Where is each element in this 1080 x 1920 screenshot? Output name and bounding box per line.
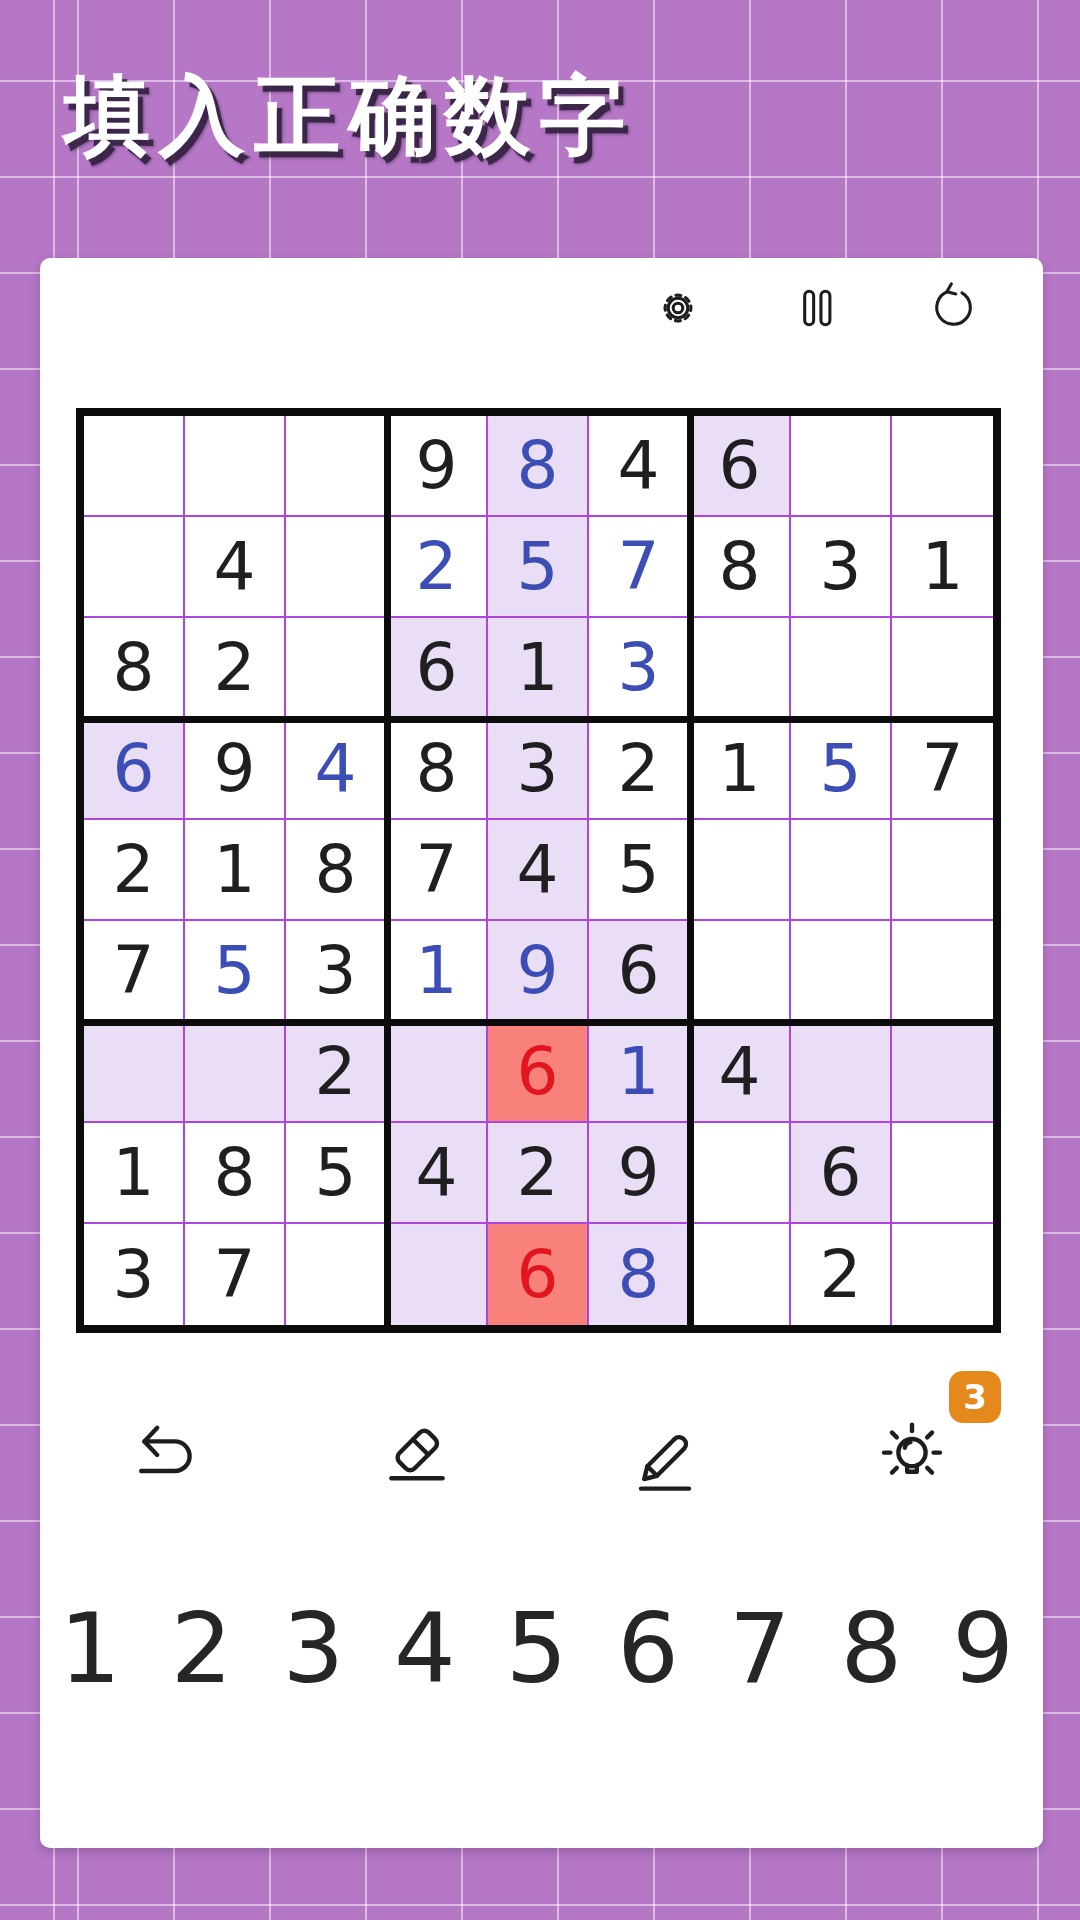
- numpad-8[interactable]: 8: [836, 1600, 906, 1697]
- pause-button[interactable]: [789, 280, 845, 336]
- cell-digit: 4: [214, 534, 256, 600]
- cell-r2c6[interactable]: 7: [589, 517, 690, 618]
- cell-r6c5[interactable]: 9: [488, 921, 589, 1022]
- cell-r9c9[interactable]: [892, 1224, 993, 1325]
- page-title: 填入正确数字: [64, 58, 634, 175]
- cell-digit: 3: [820, 534, 862, 600]
- sudoku-app-screen: 填入正确数字 9846425783182613694832157218745: [0, 0, 1080, 1920]
- cell-r8c9[interactable]: [892, 1123, 993, 1224]
- cell-r8c6[interactable]: 9: [589, 1123, 690, 1224]
- cell-r2c7[interactable]: 8: [690, 517, 791, 618]
- cell-digit: 7: [618, 534, 660, 600]
- cell-digit: 6: [517, 1242, 559, 1308]
- cell-r3c2[interactable]: 2: [185, 618, 286, 719]
- cell-r5c7[interactable]: [690, 820, 791, 921]
- cell-digit: 8: [517, 433, 559, 499]
- cell-r1c7[interactable]: 6: [690, 416, 791, 517]
- sudoku-grid: 9846425783182613694832157218745753196261…: [84, 416, 993, 1325]
- cell-digit: 6: [517, 1039, 559, 1105]
- cell-digit: 5: [820, 736, 862, 802]
- cell-digit: 7: [113, 938, 155, 1004]
- cell-digit: 4: [719, 1039, 761, 1105]
- cell-r8c4[interactable]: 4: [387, 1123, 488, 1224]
- cell-digit: 2: [517, 1140, 559, 1206]
- cell-r6c3[interactable]: 3: [286, 921, 387, 1022]
- cell-digit: 7: [416, 837, 458, 903]
- cell-r2c4[interactable]: 2: [387, 517, 488, 618]
- cell-digit: 3: [113, 1242, 155, 1308]
- notes-button[interactable]: [625, 1415, 705, 1495]
- cell-r3c5[interactable]: 1: [488, 618, 589, 719]
- cell-r6c4[interactable]: 1: [387, 921, 488, 1022]
- cell-r5c6[interactable]: 5: [589, 820, 690, 921]
- cell-r8c3[interactable]: 5: [286, 1123, 387, 1224]
- cell-r1c3[interactable]: [286, 416, 387, 517]
- cell-digit: 4: [416, 1140, 458, 1206]
- cell-r8c2[interactable]: 8: [185, 1123, 286, 1224]
- cell-digit: 2: [618, 736, 660, 802]
- cell-r9c1[interactable]: 3: [84, 1224, 185, 1325]
- cell-r6c2[interactable]: 5: [185, 921, 286, 1022]
- cell-r1c5[interactable]: 8: [488, 416, 589, 517]
- hint-button[interactable]: [872, 1415, 952, 1495]
- number-pad: 123456789: [55, 1588, 1018, 1708]
- numpad-9[interactable]: 9: [948, 1600, 1018, 1697]
- cell-r6c7[interactable]: [690, 921, 791, 1022]
- cell-r6c8[interactable]: [791, 921, 892, 1022]
- cell-digit: 1: [113, 1140, 155, 1206]
- cell-r1c8[interactable]: [791, 416, 892, 517]
- cell-digit: 4: [618, 433, 660, 499]
- cell-r2c8[interactable]: 3: [791, 517, 892, 618]
- cell-r3c9[interactable]: [892, 618, 993, 719]
- cell-digit: 1: [618, 1039, 660, 1105]
- cell-r4c7[interactable]: 1: [690, 719, 791, 820]
- cell-r7c3[interactable]: 2: [286, 1022, 387, 1123]
- cell-digit: 9: [416, 433, 458, 499]
- game-card: 9846425783182613694832157218745753196261…: [40, 258, 1043, 1848]
- cell-r2c3[interactable]: [286, 517, 387, 618]
- cell-digit: 2: [113, 837, 155, 903]
- cell-digit: 6: [719, 433, 761, 499]
- cell-digit: 8: [214, 1140, 256, 1206]
- cell-r9c2[interactable]: 7: [185, 1224, 286, 1325]
- cell-digit: 6: [113, 736, 155, 802]
- restart-icon: [925, 280, 981, 336]
- cell-r7c6[interactable]: 1: [589, 1022, 690, 1123]
- cell-r5c2[interactable]: 1: [185, 820, 286, 921]
- box-divider-horizontal-1: [84, 716, 993, 723]
- cell-r5c1[interactable]: 2: [84, 820, 185, 921]
- cell-digit: 2: [820, 1242, 862, 1308]
- cell-r4c3[interactable]: 4: [286, 719, 387, 820]
- cell-digit: 7: [214, 1242, 256, 1308]
- cell-r1c6[interactable]: 4: [589, 416, 690, 517]
- settings-button[interactable]: [650, 280, 706, 336]
- cell-r4c5[interactable]: 3: [488, 719, 589, 820]
- lightbulb-icon: [872, 1415, 952, 1495]
- cell-r7c9[interactable]: [892, 1022, 993, 1123]
- sudoku-board: 9846425783182613694832157218745753196261…: [76, 408, 1001, 1333]
- cell-r6c6[interactable]: 6: [589, 921, 690, 1022]
- cell-digit: 8: [618, 1242, 660, 1308]
- restart-button[interactable]: [925, 280, 981, 336]
- cell-r3c3[interactable]: [286, 618, 387, 719]
- cell-digit: 1: [719, 736, 761, 802]
- cell-r8c8[interactable]: 6: [791, 1123, 892, 1224]
- cell-r9c8[interactable]: 2: [791, 1224, 892, 1325]
- cell-digit: 3: [517, 736, 559, 802]
- cell-r5c5[interactable]: 4: [488, 820, 589, 921]
- box-divider-vertical-1: [384, 416, 391, 1325]
- cell-digit: 9: [214, 736, 256, 802]
- cell-digit: 1: [214, 837, 256, 903]
- eraser-icon: [377, 1415, 457, 1495]
- numpad-6[interactable]: 6: [613, 1600, 683, 1697]
- cell-r6c9[interactable]: [892, 921, 993, 1022]
- cell-r5c8[interactable]: [791, 820, 892, 921]
- cell-r4c9[interactable]: 7: [892, 719, 993, 820]
- cell-digit: 5: [517, 534, 559, 600]
- cell-digit: 8: [719, 534, 761, 600]
- hint-count-badge: 3: [949, 1371, 1001, 1423]
- cell-digit: 5: [214, 938, 256, 1004]
- cell-r4c8[interactable]: 5: [791, 719, 892, 820]
- cell-r5c4[interactable]: 7: [387, 820, 488, 921]
- cell-digit: 3: [618, 635, 660, 701]
- cell-digit: 8: [416, 736, 458, 802]
- cell-r7c5[interactable]: 6: [488, 1022, 589, 1123]
- numpad-3[interactable]: 3: [278, 1600, 348, 1697]
- undo-button[interactable]: [130, 1415, 210, 1495]
- cell-r9c4[interactable]: [387, 1224, 488, 1325]
- cell-digit: 5: [315, 1140, 357, 1206]
- cell-digit: 7: [922, 736, 964, 802]
- cell-r6c1[interactable]: 7: [84, 921, 185, 1022]
- cell-digit: 5: [618, 837, 660, 903]
- cell-r8c5[interactable]: 2: [488, 1123, 589, 1224]
- cell-r3c8[interactable]: [791, 618, 892, 719]
- pause-icon: [789, 280, 845, 336]
- cell-r2c2[interactable]: 4: [185, 517, 286, 618]
- cell-r3c7[interactable]: [690, 618, 791, 719]
- pencil-icon: [625, 1415, 705, 1495]
- cell-r1c1[interactable]: [84, 416, 185, 517]
- cell-r4c4[interactable]: 8: [387, 719, 488, 820]
- numpad-4[interactable]: 4: [390, 1600, 460, 1697]
- cell-digit: 9: [517, 938, 559, 1004]
- undo-icon: [130, 1415, 210, 1495]
- cell-r2c1[interactable]: [84, 517, 185, 618]
- cell-digit: 8: [113, 635, 155, 701]
- cell-r7c7[interactable]: 4: [690, 1022, 791, 1123]
- cell-digit: 1: [922, 534, 964, 600]
- numpad-2[interactable]: 2: [167, 1600, 237, 1697]
- box-divider-horizontal-2: [84, 1019, 993, 1026]
- cell-digit: 4: [517, 837, 559, 903]
- cell-digit: 6: [820, 1140, 862, 1206]
- cell-digit: 2: [315, 1039, 357, 1105]
- numpad-7[interactable]: 7: [725, 1600, 795, 1697]
- cell-r3c6[interactable]: 3: [589, 618, 690, 719]
- cell-r4c6[interactable]: 2: [589, 719, 690, 820]
- cell-r2c5[interactable]: 5: [488, 517, 589, 618]
- cell-r3c4[interactable]: 6: [387, 618, 488, 719]
- cell-r1c9[interactable]: [892, 416, 993, 517]
- cell-digit: 1: [416, 938, 458, 1004]
- cell-r9c5[interactable]: 6: [488, 1224, 589, 1325]
- cell-r8c1[interactable]: 1: [84, 1123, 185, 1224]
- cell-r2c9[interactable]: 1: [892, 517, 993, 618]
- numpad-5[interactable]: 5: [502, 1600, 572, 1697]
- box-divider-vertical-2: [687, 416, 694, 1325]
- cell-r5c3[interactable]: 8: [286, 820, 387, 921]
- cell-digit: 2: [214, 635, 256, 701]
- cell-r9c6[interactable]: 8: [589, 1224, 690, 1325]
- cell-r5c9[interactable]: [892, 820, 993, 921]
- cell-r7c1[interactable]: [84, 1022, 185, 1123]
- cell-digit: 2: [416, 534, 458, 600]
- cell-digit: 6: [416, 635, 458, 701]
- gear-icon: [650, 280, 706, 336]
- cell-r4c1[interactable]: 6: [84, 719, 185, 820]
- cell-r7c2[interactable]: [185, 1022, 286, 1123]
- cell-digit: 6: [618, 938, 660, 1004]
- cell-digit: 8: [315, 837, 357, 903]
- cell-r1c2[interactable]: [185, 416, 286, 517]
- cell-digit: 9: [618, 1140, 660, 1206]
- erase-button[interactable]: [377, 1415, 457, 1495]
- cell-digit: 3: [315, 938, 357, 1004]
- cell-r3c1[interactable]: 8: [84, 618, 185, 719]
- cell-r1c4[interactable]: 9: [387, 416, 488, 517]
- cell-r8c7[interactable]: [690, 1123, 791, 1224]
- cell-r9c3[interactable]: [286, 1224, 387, 1325]
- cell-digit: 4: [315, 736, 357, 802]
- cell-digit: 1: [517, 635, 559, 701]
- cell-r7c8[interactable]: [791, 1022, 892, 1123]
- cell-r9c7[interactable]: [690, 1224, 791, 1325]
- cell-r4c2[interactable]: 9: [185, 719, 286, 820]
- cell-r7c4[interactable]: [387, 1022, 488, 1123]
- numpad-1[interactable]: 1: [55, 1600, 125, 1697]
